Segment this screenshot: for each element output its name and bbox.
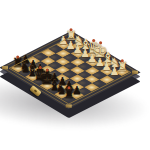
gold-corner-ornament bbox=[68, 32, 74, 36]
gold-corner-ornament bbox=[2, 66, 8, 70]
gold-corner-ornament bbox=[132, 71, 138, 75]
gold-corner-ornament bbox=[66, 104, 72, 108]
chess-set-product-photo: ♜♞♝♛♚♝♞♜♟♟♟♟♟♟♟♟♟♟♟♟♟♟♟♟♜♞♝♛♚♝♞♜ bbox=[0, 0, 150, 150]
white-rook: ♜ bbox=[65, 30, 78, 43]
